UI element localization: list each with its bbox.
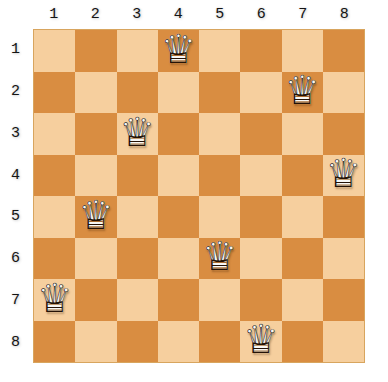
white-queen-outline-glyph: ♕ bbox=[202, 237, 238, 277]
column-label-7: 7 bbox=[282, 2, 324, 26]
row-label-4: 4 bbox=[0, 154, 31, 196]
square-r8c3[interactable] bbox=[117, 321, 158, 363]
column-label-1: 1 bbox=[33, 2, 75, 26]
row-label-2: 2 bbox=[0, 71, 31, 113]
square-r4c1[interactable] bbox=[34, 155, 75, 197]
square-r1c6[interactable] bbox=[240, 30, 281, 72]
square-r1c5[interactable] bbox=[199, 30, 240, 72]
square-r6c3[interactable] bbox=[117, 238, 158, 280]
white-queen-outline-glyph: ♕ bbox=[37, 278, 73, 318]
square-r4c8[interactable]: ♛♕ bbox=[323, 155, 364, 197]
white-queen-piece[interactable]: ♛♕ bbox=[34, 279, 75, 321]
square-r8c5[interactable] bbox=[199, 321, 240, 363]
column-label-4: 4 bbox=[158, 2, 200, 26]
square-r7c6[interactable] bbox=[240, 279, 281, 321]
chess-board: ♛♕♛♕♛♕♛♕♛♕♛♕♛♕♛♕ bbox=[33, 29, 365, 363]
white-queen-piece[interactable]: ♛♕ bbox=[199, 238, 240, 280]
square-r7c8[interactable] bbox=[323, 279, 364, 321]
square-r6c8[interactable] bbox=[323, 238, 364, 280]
white-queen-piece[interactable]: ♛♕ bbox=[282, 72, 323, 114]
column-label-8: 8 bbox=[324, 2, 366, 26]
white-queen-piece[interactable]: ♛♕ bbox=[158, 30, 199, 72]
square-r2c6[interactable] bbox=[240, 72, 281, 114]
square-r4c4[interactable] bbox=[158, 155, 199, 197]
white-queen-outline-glyph: ♕ bbox=[119, 112, 155, 152]
square-r2c2[interactable] bbox=[75, 72, 116, 114]
row-label-3: 3 bbox=[0, 113, 31, 155]
white-queen-piece[interactable]: ♛♕ bbox=[240, 321, 281, 363]
square-r3c4[interactable] bbox=[158, 113, 199, 155]
square-r7c3[interactable] bbox=[117, 279, 158, 321]
row-label-6: 6 bbox=[0, 238, 31, 280]
square-r4c2[interactable] bbox=[75, 155, 116, 197]
row-label-1: 1 bbox=[0, 29, 31, 71]
white-queen-outline-glyph: ♕ bbox=[284, 71, 320, 111]
square-r7c4[interactable] bbox=[158, 279, 199, 321]
column-label-5: 5 bbox=[199, 2, 241, 26]
white-queen-piece[interactable]: ♛♕ bbox=[323, 155, 364, 197]
square-r2c5[interactable] bbox=[199, 72, 240, 114]
board-diagram: 12345678 12345678 ♛♕♛♕♛♕♛♕♛♕♛♕♛♕♛♕ bbox=[0, 0, 388, 382]
square-r8c1[interactable] bbox=[34, 321, 75, 363]
square-r1c2[interactable] bbox=[75, 30, 116, 72]
square-r6c5[interactable]: ♛♕ bbox=[199, 238, 240, 280]
square-r6c6[interactable] bbox=[240, 238, 281, 280]
row-labels: 12345678 bbox=[0, 29, 31, 363]
row-label-7: 7 bbox=[0, 280, 31, 322]
square-r1c1[interactable] bbox=[34, 30, 75, 72]
square-r7c5[interactable] bbox=[199, 279, 240, 321]
square-r1c8[interactable] bbox=[323, 30, 364, 72]
square-r5c6[interactable] bbox=[240, 196, 281, 238]
square-r5c7[interactable] bbox=[282, 196, 323, 238]
square-r3c7[interactable] bbox=[282, 113, 323, 155]
square-r6c4[interactable] bbox=[158, 238, 199, 280]
square-r3c1[interactable] bbox=[34, 113, 75, 155]
square-r7c2[interactable] bbox=[75, 279, 116, 321]
square-r1c3[interactable] bbox=[117, 30, 158, 72]
square-r5c3[interactable] bbox=[117, 196, 158, 238]
square-r2c3[interactable] bbox=[117, 72, 158, 114]
column-label-3: 3 bbox=[116, 2, 158, 26]
square-r8c2[interactable] bbox=[75, 321, 116, 363]
row-label-5: 5 bbox=[0, 196, 31, 238]
square-r3c3[interactable]: ♛♕ bbox=[117, 113, 158, 155]
square-r5c2[interactable]: ♛♕ bbox=[75, 196, 116, 238]
square-r2c7[interactable]: ♛♕ bbox=[282, 72, 323, 114]
square-r4c3[interactable] bbox=[117, 155, 158, 197]
square-r4c6[interactable] bbox=[240, 155, 281, 197]
square-r8c4[interactable] bbox=[158, 321, 199, 363]
square-r7c1[interactable]: ♛♕ bbox=[34, 279, 75, 321]
square-r1c7[interactable] bbox=[282, 30, 323, 72]
square-r3c5[interactable] bbox=[199, 113, 240, 155]
white-queen-piece[interactable]: ♛♕ bbox=[117, 113, 158, 155]
column-label-2: 2 bbox=[75, 2, 117, 26]
square-r2c8[interactable] bbox=[323, 72, 364, 114]
square-r5c5[interactable] bbox=[199, 196, 240, 238]
square-r5c4[interactable] bbox=[158, 196, 199, 238]
square-r2c4[interactable] bbox=[158, 72, 199, 114]
square-r6c7[interactable] bbox=[282, 238, 323, 280]
square-r5c8[interactable] bbox=[323, 196, 364, 238]
square-r8c6[interactable]: ♛♕ bbox=[240, 321, 281, 363]
white-queen-outline-glyph: ♕ bbox=[243, 320, 279, 360]
square-r4c7[interactable] bbox=[282, 155, 323, 197]
square-r7c7[interactable] bbox=[282, 279, 323, 321]
square-r3c8[interactable] bbox=[323, 113, 364, 155]
column-labels: 12345678 bbox=[33, 2, 365, 26]
square-r8c7[interactable] bbox=[282, 321, 323, 363]
square-r6c1[interactable] bbox=[34, 238, 75, 280]
square-r5c1[interactable] bbox=[34, 196, 75, 238]
white-queen-outline-glyph: ♕ bbox=[325, 154, 361, 194]
square-r4c5[interactable] bbox=[199, 155, 240, 197]
row-label-8: 8 bbox=[0, 321, 31, 363]
column-label-6: 6 bbox=[241, 2, 283, 26]
white-queen-outline-glyph: ♕ bbox=[160, 29, 196, 69]
square-r2c1[interactable] bbox=[34, 72, 75, 114]
white-queen-outline-glyph: ♕ bbox=[78, 195, 114, 235]
square-r8c8[interactable] bbox=[323, 321, 364, 363]
square-r3c2[interactable] bbox=[75, 113, 116, 155]
white-queen-piece[interactable]: ♛♕ bbox=[75, 196, 116, 238]
square-r6c2[interactable] bbox=[75, 238, 116, 280]
square-r1c4[interactable]: ♛♕ bbox=[158, 30, 199, 72]
square-r3c6[interactable] bbox=[240, 113, 281, 155]
